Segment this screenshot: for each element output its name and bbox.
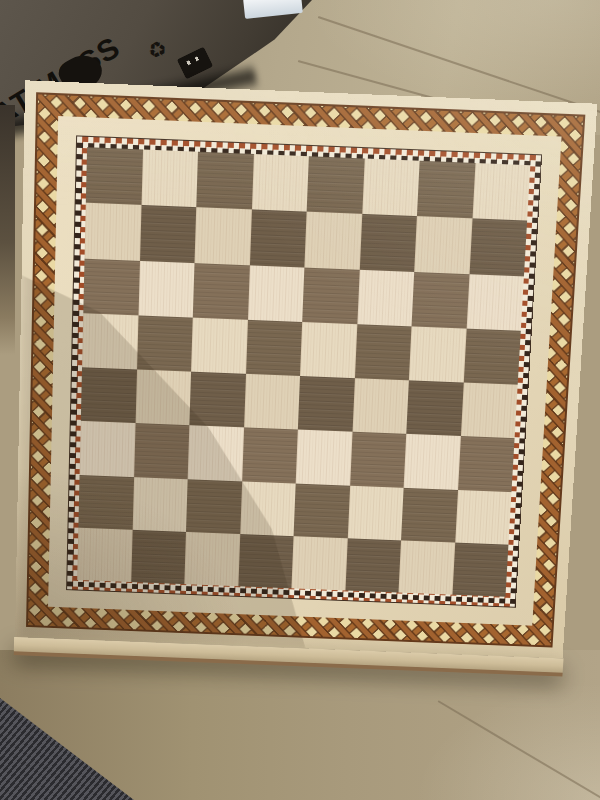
square-r2-c2[interactable]	[140, 205, 197, 262]
square-r4-c3[interactable]	[191, 317, 247, 373]
square-r7-c7[interactable]	[401, 487, 458, 542]
square-r8-c2[interactable]	[131, 530, 186, 585]
square-r7-c6[interactable]	[347, 485, 403, 540]
square-r1-c7[interactable]	[417, 161, 475, 219]
recycle-icon: ♻	[144, 35, 171, 65]
square-r3-c6[interactable]	[357, 269, 414, 326]
square-r6-c5[interactable]	[296, 430, 352, 485]
square-r2-c4[interactable]	[249, 210, 306, 267]
square-r4-c8[interactable]	[463, 328, 521, 384]
square-r5-c4[interactable]	[244, 374, 300, 430]
square-r2-c6[interactable]	[359, 214, 417, 271]
square-r2-c3[interactable]	[194, 207, 251, 264]
square-r6-c3[interactable]	[188, 425, 244, 480]
square-r5-c2[interactable]	[135, 369, 191, 425]
square-r5-c5[interactable]	[298, 376, 355, 432]
square-r8-c5[interactable]	[291, 536, 347, 591]
square-r3-c5[interactable]	[302, 267, 359, 324]
square-r4-c1[interactable]	[82, 313, 138, 369]
square-r6-c4[interactable]	[242, 428, 298, 483]
square-r1-c1[interactable]	[86, 147, 143, 205]
square-r4-c5[interactable]	[300, 322, 357, 378]
square-r7-c1[interactable]	[78, 475, 133, 530]
lattice-marquetry-border	[26, 92, 585, 647]
square-r6-c2[interactable]	[134, 423, 190, 479]
square-r2-c8[interactable]	[469, 219, 527, 276]
square-r7-c5[interactable]	[294, 483, 350, 538]
square-r4-c2[interactable]	[137, 315, 193, 371]
square-r5-c7[interactable]	[406, 380, 463, 436]
square-r7-c3[interactable]	[186, 479, 242, 534]
board-outer-frame	[15, 80, 597, 658]
square-r5-c8[interactable]	[460, 383, 517, 439]
square-r7-c8[interactable]	[455, 490, 512, 545]
square-r2-c7[interactable]	[414, 216, 472, 273]
square-r4-c4[interactable]	[246, 320, 303, 376]
square-r6-c7[interactable]	[404, 434, 461, 489]
square-r7-c2[interactable]	[132, 477, 187, 532]
square-r1-c8[interactable]	[472, 163, 530, 221]
square-r8-c3[interactable]	[184, 532, 239, 587]
left-shadow-strip	[0, 105, 15, 355]
square-r1-c2[interactable]	[141, 149, 198, 207]
mosaic-checker-border	[66, 135, 542, 607]
photo-scene: AT-MOSS ♻	[0, 0, 600, 800]
square-r2-c5[interactable]	[304, 212, 361, 269]
square-r2-c1[interactable]	[85, 203, 142, 260]
square-r6-c8[interactable]	[458, 436, 515, 491]
square-r7-c4[interactable]	[240, 481, 296, 536]
square-r3-c2[interactable]	[138, 260, 194, 317]
chess-board-field	[77, 147, 530, 597]
square-r3-c3[interactable]	[193, 263, 250, 320]
square-r8-c4[interactable]	[238, 534, 294, 589]
inner-beech-band	[48, 116, 562, 626]
square-r3-c4[interactable]	[247, 265, 304, 322]
square-r8-c1[interactable]	[77, 527, 132, 582]
square-r6-c1[interactable]	[80, 421, 136, 477]
square-r6-c6[interactable]	[350, 432, 407, 487]
square-r4-c6[interactable]	[354, 324, 411, 380]
square-r1-c3[interactable]	[196, 152, 253, 210]
square-r5-c3[interactable]	[189, 372, 245, 428]
square-r8-c8[interactable]	[452, 542, 508, 596]
square-r4-c7[interactable]	[409, 326, 466, 382]
square-r3-c8[interactable]	[466, 274, 524, 331]
square-r1-c6[interactable]	[362, 158, 420, 216]
square-r5-c6[interactable]	[352, 378, 409, 434]
chess-board	[15, 80, 597, 658]
square-r1-c5[interactable]	[307, 156, 365, 214]
square-r1-c4[interactable]	[251, 154, 308, 212]
square-r8-c6[interactable]	[345, 538, 401, 592]
square-r5-c1[interactable]	[81, 367, 137, 423]
square-r3-c7[interactable]	[412, 271, 470, 328]
square-r8-c7[interactable]	[398, 540, 454, 594]
square-r3-c1[interactable]	[83, 258, 139, 315]
